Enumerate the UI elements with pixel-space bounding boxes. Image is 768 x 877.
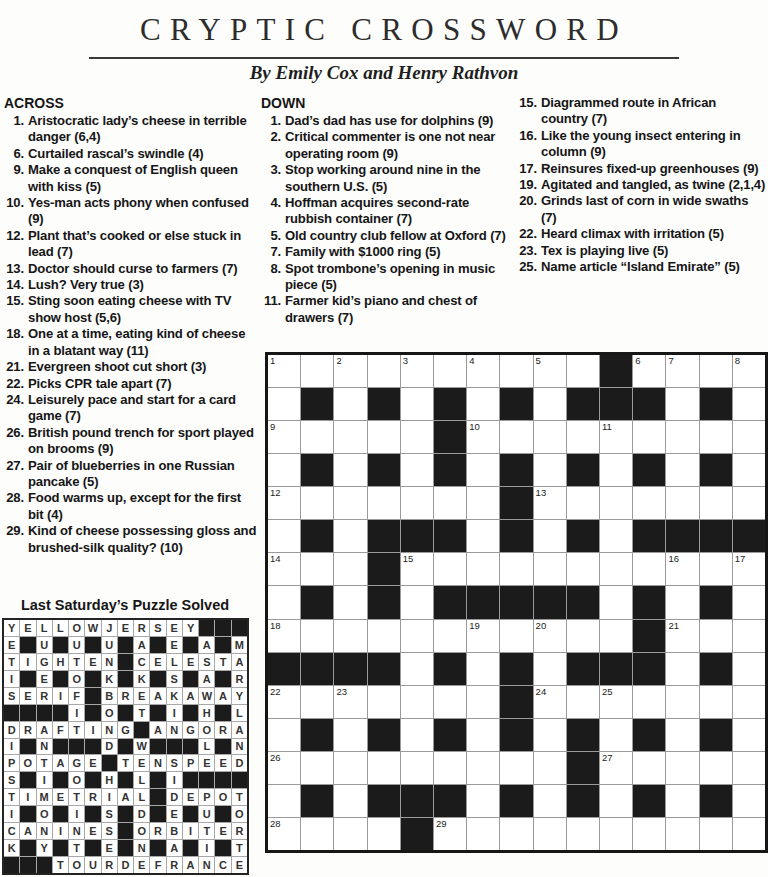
solved-grid-cell-r9c3: T: [37, 755, 52, 771]
clue-text: Make a conquest of English queen with ki…: [28, 162, 258, 195]
main-grid-cell-r3c8[interactable]: [500, 421, 532, 453]
main-grid-cell-r11c15[interactable]: [733, 686, 765, 718]
main-grid-cell-r2c5[interactable]: [401, 388, 433, 420]
solved-grid-cell-r15c3-black: [37, 857, 52, 873]
clue-number: 20.: [517, 193, 541, 226]
main-grid-cell-r9c5[interactable]: [401, 620, 433, 652]
main-grid-cell-r9c3[interactable]: [334, 620, 366, 652]
main-grid-cell-r4c11[interactable]: [600, 454, 632, 486]
main-grid-cell-r12c3[interactable]: [334, 719, 366, 751]
main-grid-cell-r5c14[interactable]: [700, 487, 732, 519]
solution-letter: H: [203, 707, 211, 719]
solved-grid-cell-r11c9: L: [134, 789, 149, 805]
main-grid-cell-r8c2-black: [301, 586, 333, 618]
clue-number-badge: 23: [336, 686, 347, 697]
main-grid-cell-r8c3[interactable]: [334, 586, 366, 618]
solved-grid-cell-r10c4-black: [53, 772, 68, 788]
main-grid-cell-r5c13[interactable]: [666, 487, 698, 519]
solution-letter: B: [170, 825, 178, 837]
solved-grid-cell-r1c2: E: [20, 620, 35, 636]
solved-grid-cell-r5c1: S: [4, 688, 19, 704]
solved-grid-cell-r7c9-black: [134, 722, 149, 738]
main-grid-cell-r1c4[interactable]: [368, 355, 400, 387]
main-grid-cell-r7c9[interactable]: [534, 553, 566, 585]
across-clue-26: 26.British pound trench for sport played…: [4, 425, 258, 458]
solution-letter: I: [10, 808, 13, 820]
main-grid-cell-r11c14[interactable]: [700, 686, 732, 718]
main-grid-cell-r1c10[interactable]: [567, 355, 599, 387]
main-grid-cell-r15c14[interactable]: [700, 818, 732, 850]
solved-grid-cell-r7c2: R: [20, 722, 35, 738]
down-clue-19: 19.Agitated and tangled, as twine (2,1,4…: [517, 177, 766, 193]
main-grid-cell-r7c8[interactable]: [500, 553, 532, 585]
across-clue-24: 24.Leisurely pace and start for a card g…: [4, 392, 258, 425]
down-clues-column-2: 15.Diagrammed route in African country (…: [517, 95, 766, 275]
main-grid-cell-r1c6[interactable]: [434, 355, 466, 387]
across-header: ACROSS: [4, 95, 258, 111]
solved-grid-cell-r12c12-black: [183, 806, 198, 822]
solved-grid-cell-r14c14-black: [215, 840, 230, 856]
main-grid-cell-r3c9[interactable]: [534, 421, 566, 453]
clue-number: 24.: [4, 392, 28, 425]
solved-grid-cell-r11c14: O: [215, 789, 230, 805]
main-grid-cell-r5c1[interactable]: 12: [268, 487, 300, 519]
main-grid-cell-r11c11[interactable]: 25: [600, 686, 632, 718]
solution-letter: I: [59, 690, 62, 702]
solution-letter: D: [235, 757, 243, 769]
main-grid-cell-r13c12[interactable]: [633, 752, 665, 784]
main-grid-cell-r9c1[interactable]: 18: [268, 620, 300, 652]
main-grid-cell-r5c10[interactable]: [567, 487, 599, 519]
solved-grid-cell-r8c11-black: [167, 739, 182, 755]
down-clue-22: 22.Heard climax with irritation (5): [517, 226, 766, 242]
main-grid-cell-r12c11[interactable]: [600, 719, 632, 751]
solved-grid-cell-r2c10-black: [150, 637, 165, 653]
main-grid-cell-r7c13[interactable]: 16: [666, 553, 698, 585]
solved-grid-cell-r13c11: B: [167, 823, 182, 839]
main-grid-cell-r7c12[interactable]: [633, 553, 665, 585]
main-grid-cell-r13c11[interactable]: 27: [600, 752, 632, 784]
main-grid-cell-r8c5[interactable]: [401, 586, 433, 618]
solved-grid-cell-r2c1: E: [4, 637, 19, 653]
main-grid-cell-r12c13[interactable]: [666, 719, 698, 751]
main-grid-cell-r8c14-black: [700, 586, 732, 618]
main-grid-cell-r1c13[interactable]: 7: [666, 355, 698, 387]
solved-grid-cell-r1c12: Y: [183, 620, 198, 636]
main-grid-cell-r5c4[interactable]: [368, 487, 400, 519]
main-grid-cell-r9c11[interactable]: [600, 620, 632, 652]
main-grid-cell-r4c7[interactable]: [467, 454, 499, 486]
down-clue-7: 7.Family with $1000 ring (5): [261, 244, 514, 260]
clue-number: 15.: [4, 293, 28, 326]
main-grid-cell-r6c1[interactable]: [268, 520, 300, 552]
main-grid-cell-r8c1[interactable]: [268, 586, 300, 618]
main-grid-cell-r15c7[interactable]: [467, 818, 499, 850]
clue-number-badge: 29: [436, 818, 447, 829]
solved-grid-cell-r13c12: I: [183, 823, 198, 839]
main-grid-cell-r15c6[interactable]: 29: [434, 818, 466, 850]
solution-letter: W: [88, 622, 98, 634]
main-grid-cell-r4c9[interactable]: [534, 454, 566, 486]
main-grid-cell-r15c4[interactable]: [368, 818, 400, 850]
main-grid-cell-r13c4[interactable]: [368, 752, 400, 784]
solved-grid-cell-r1c4: L: [53, 620, 68, 636]
main-grid-cell-r13c5[interactable]: [401, 752, 433, 784]
across-clue-28: 28.Food warms up, except for the first b…: [4, 490, 258, 523]
solved-grid-cell-r3c10: E: [150, 654, 165, 670]
main-grid-cell-r3c4[interactable]: [368, 421, 400, 453]
main-grid-cell-r11c10[interactable]: [567, 686, 599, 718]
solved-grid-cell-r9c8: T: [118, 755, 133, 771]
solution-letter: K: [8, 842, 16, 854]
main-grid-cell-r9c10[interactable]: [567, 620, 599, 652]
solved-grid-cell-r1c6: W: [85, 620, 100, 636]
solved-grid-cell-r3c5: T: [69, 654, 84, 670]
main-grid-cell-r13c7[interactable]: [467, 752, 499, 784]
solved-grid-cell-r14c8-black: [118, 840, 133, 856]
main-grid-cell-r15c3[interactable]: [334, 818, 366, 850]
main-grid-cell-r7c7[interactable]: [467, 553, 499, 585]
main-grid-cell-r3c11[interactable]: 11: [600, 421, 632, 453]
main-grid-cell-r2c4-black: [368, 388, 400, 420]
main-grid-cell-r7c14[interactable]: [700, 553, 732, 585]
main-grid-cell-r13c8[interactable]: [500, 752, 532, 784]
main-grid-cell-r9c6[interactable]: [434, 620, 466, 652]
main-grid-cell-r11c4[interactable]: [368, 686, 400, 718]
solved-grid-cell-r10c8-black: [118, 772, 133, 788]
main-grid-cell-r10c14-black: [700, 653, 732, 685]
solution-letter: N: [170, 724, 178, 736]
main-grid-cell-r13c9[interactable]: [534, 752, 566, 784]
main-grid-cell-r11c8-black: [500, 686, 532, 718]
solution-letter: W: [202, 690, 212, 702]
solution-letter: E: [236, 859, 243, 871]
main-grid-cell-r9c2[interactable]: [301, 620, 333, 652]
clue-number-badge: 4: [469, 355, 474, 366]
main-grid-cell-r13c13[interactable]: [666, 752, 698, 784]
main-grid-cell-r3c1[interactable]: 9: [268, 421, 300, 453]
main-grid-cell-r15c11[interactable]: [600, 818, 632, 850]
main-grid-cell-r12c1[interactable]: [268, 719, 300, 751]
main-grid-cell-r11c9[interactable]: 24: [534, 686, 566, 718]
main-grid-cell-r5c3[interactable]: [334, 487, 366, 519]
main-grid-cell-r15c13[interactable]: [666, 818, 698, 850]
solution-letter: N: [40, 825, 48, 837]
solution-letter: M: [40, 791, 49, 803]
main-grid-cell-r9c7[interactable]: 19: [467, 620, 499, 652]
main-grid-cell-r1c8[interactable]: [500, 355, 532, 387]
solved-grid-cell-r3c15: A: [232, 654, 247, 670]
main-grid-cell-r12c7[interactable]: [467, 719, 499, 751]
main-grid-cell-r7c1[interactable]: 14: [268, 553, 300, 585]
main-grid-cell-r13c1[interactable]: 26: [268, 752, 300, 784]
main-grid-cell-r12c15[interactable]: [733, 719, 765, 751]
main-grid-cell-r14c9[interactable]: [534, 785, 566, 817]
solution-letter: R: [24, 724, 32, 736]
main-grid-cell-r5c5[interactable]: [401, 487, 433, 519]
main-grid-cell-r10c11-black: [600, 653, 632, 685]
main-grid-cell-r10c12-black: [633, 653, 665, 685]
clue-number-badge: 14: [270, 553, 281, 564]
solved-grid-cell-r7c12: G: [183, 722, 198, 738]
solved-grid-cell-r8c3: N: [37, 739, 52, 755]
main-grid-cell-r11c1[interactable]: 22: [268, 686, 300, 718]
solved-grid-cell-r12c10-black: [150, 806, 165, 822]
main-grid-cell-r15c8[interactable]: [500, 818, 532, 850]
clue-number: 3.: [261, 162, 285, 195]
main-grid-cell-r1c5[interactable]: 3: [401, 355, 433, 387]
main-grid-cell-r5c7[interactable]: [467, 487, 499, 519]
main-grid-cell-r3c6-black: [434, 421, 466, 453]
main-grid-cell-r4c12-black: [633, 454, 665, 486]
solved-puzzle-grid: YELLOWJERSEYEUUUAEAMTIGHTENCELESTAIEOKKS…: [2, 618, 249, 875]
main-grid-cell-r11c3[interactable]: 23: [334, 686, 366, 718]
main-grid-cell-r15c10[interactable]: [567, 818, 599, 850]
main-grid-cell-r12c5[interactable]: [401, 719, 433, 751]
main-grid-cell-r2c3[interactable]: [334, 388, 366, 420]
main-grid-cell-r9c8[interactable]: [500, 620, 532, 652]
main-grid-cell-r3c7[interactable]: 10: [467, 421, 499, 453]
across-clue-21: 21.Evergreen shoot cut short (3): [4, 359, 258, 375]
main-grid-cell-r5c12[interactable]: [633, 487, 665, 519]
main-grid-cell-r7c10[interactable]: [567, 553, 599, 585]
main-grid-cell-r11c12[interactable]: [633, 686, 665, 718]
down-clues-column-1: DOWN 1.Dad’s dad has use for dolphins (9…: [261, 95, 514, 326]
main-grid-cell-r2c9[interactable]: [534, 388, 566, 420]
solved-grid-cell-r10c13-black: [199, 772, 214, 788]
solution-letter: T: [138, 707, 145, 719]
solved-grid-cell-r9c9: E: [134, 755, 149, 771]
main-grid-cell-r8c12-black: [633, 586, 665, 618]
main-grid-cell-r1c1[interactable]: 1: [268, 355, 300, 387]
solution-letter: E: [24, 690, 31, 702]
main-grid-cell-r13c3[interactable]: [334, 752, 366, 784]
solved-grid-cell-r4c14-black: [215, 671, 230, 687]
solution-letter: E: [138, 757, 145, 769]
main-grid-cell-r2c8-black: [500, 388, 532, 420]
main-grid-cell-r10c5[interactable]: [401, 653, 433, 685]
solution-letter: K: [170, 690, 178, 702]
clue-text: Aristocratic lady’s cheese in terrible d…: [28, 113, 258, 146]
solution-letter: E: [24, 622, 31, 634]
solution-letter: T: [122, 757, 129, 769]
clue-number-badge: 24: [536, 686, 547, 697]
main-grid-cell-r1c14[interactable]: [700, 355, 732, 387]
main-grid-cell-r5c11[interactable]: [600, 487, 632, 519]
clue-text: Spot trombone’s opening in music piece (…: [285, 261, 514, 294]
solved-grid-cell-r3c9: C: [134, 654, 149, 670]
main-grid-cell-r7c15[interactable]: 17: [733, 553, 765, 585]
clue-text: Stop working around nine in the southern…: [285, 162, 514, 195]
clue-text: Tex is playing live (5): [541, 243, 766, 259]
main-grid-cell-r7c6[interactable]: [434, 553, 466, 585]
solved-grid-cell-r1c11: E: [167, 620, 182, 636]
main-grid-cell-r11c2[interactable]: [301, 686, 333, 718]
main-grid-cell-r7c2[interactable]: [301, 553, 333, 585]
clue-number: 29.: [4, 523, 28, 556]
main-crossword-grid: 1234567891011121314151617181920212223242…: [265, 352, 768, 853]
main-grid-cell-r1c2[interactable]: [301, 355, 333, 387]
main-grid-cell-r8c11[interactable]: [600, 586, 632, 618]
solved-grid-cell-r1c3: L: [37, 620, 52, 636]
main-grid-cell-r7c11[interactable]: [600, 553, 632, 585]
main-grid-cell-r15c15[interactable]: [733, 818, 765, 850]
clue-number: 4.: [261, 195, 285, 228]
solved-grid-cell-r1c5: O: [69, 620, 84, 636]
solution-letter: R: [170, 859, 178, 871]
main-grid-cell-r14c6-black: [434, 785, 466, 817]
main-grid-cell-r6c11[interactable]: [600, 520, 632, 552]
main-grid-cell-r6c4-black: [368, 520, 400, 552]
main-grid-cell-r6c3[interactable]: [334, 520, 366, 552]
solution-letter: M: [235, 639, 244, 651]
down-clue-25: 25.Name article “Island Emirate” (5): [517, 259, 766, 275]
main-grid-cell-r1c12[interactable]: 6: [633, 355, 665, 387]
solved-grid-cell-r6c7: O: [102, 705, 117, 721]
solved-grid-cell-r14c6-black: [85, 840, 100, 856]
main-grid-cell-r8c15[interactable]: [733, 586, 765, 618]
solution-letter: J: [106, 622, 112, 634]
clue-number: 1.: [4, 113, 28, 146]
solved-grid-cell-r10c3: I: [37, 772, 52, 788]
main-grid-cell-r6c7[interactable]: [467, 520, 499, 552]
main-grid-cell-r14c15[interactable]: [733, 785, 765, 817]
main-grid-cell-r9c9[interactable]: 20: [534, 620, 566, 652]
main-grid-cell-r14c1[interactable]: [268, 785, 300, 817]
clue-number-badge: 28: [270, 818, 281, 829]
main-grid-cell-r5c15[interactable]: [733, 487, 765, 519]
solved-grid-cell-r11c13: P: [199, 789, 214, 805]
main-grid-cell-r4c15[interactable]: [733, 454, 765, 486]
solved-grid-cell-r5c3: R: [37, 688, 52, 704]
main-grid-cell-r3c3[interactable]: [334, 421, 366, 453]
main-grid-cell-r15c1[interactable]: 28: [268, 818, 300, 850]
solved-grid-cell-r9c13: E: [199, 755, 214, 771]
main-grid-cell-r11c5[interactable]: [401, 686, 433, 718]
main-grid-cell-r2c13[interactable]: [666, 388, 698, 420]
main-grid-cell-r2c1[interactable]: [268, 388, 300, 420]
solution-letter: Y: [40, 842, 47, 854]
main-grid-cell-r10c8-black: [500, 653, 532, 685]
main-grid-cell-r9c15[interactable]: [733, 620, 765, 652]
main-grid-cell-r4c14-black: [700, 454, 732, 486]
main-grid-cell-r2c15[interactable]: [733, 388, 765, 420]
solution-letter: T: [73, 791, 80, 803]
main-grid-cell-r13c2[interactable]: [301, 752, 333, 784]
main-grid-cell-r1c15[interactable]: 8: [733, 355, 765, 387]
solved-grid-cell-r4c1: I: [4, 671, 19, 687]
main-grid-cell-r10c15[interactable]: [733, 653, 765, 685]
clue-number: 10.: [4, 195, 28, 228]
main-grid-cell-r1c9[interactable]: 5: [534, 355, 566, 387]
solved-grid-cell-r14c9: N: [134, 840, 149, 856]
main-grid-cell-r3c5[interactable]: [401, 421, 433, 453]
main-grid-cell-r5c2[interactable]: [301, 487, 333, 519]
main-grid-cell-r7c5[interactable]: 15: [401, 553, 433, 585]
solved-grid-cell-r3c14: T: [215, 654, 230, 670]
main-grid-cell-r1c7[interactable]: 4: [467, 355, 499, 387]
main-grid-cell-r9c14[interactable]: [700, 620, 732, 652]
main-grid-cell-r14c11[interactable]: [600, 785, 632, 817]
solution-letter: I: [10, 740, 13, 752]
main-grid-cell-r7c3[interactable]: [334, 553, 366, 585]
main-grid-cell-r14c13[interactable]: [666, 785, 698, 817]
main-grid-cell-r13c15[interactable]: [733, 752, 765, 784]
solved-grid-cell-r13c10: R: [150, 823, 165, 839]
main-grid-cell-r15c12[interactable]: [633, 818, 665, 850]
main-grid-cell-r4c5[interactable]: [401, 454, 433, 486]
solution-letter: S: [171, 673, 178, 685]
main-grid-cell-r11c6[interactable]: [434, 686, 466, 718]
main-grid-cell-r3c13[interactable]: [666, 421, 698, 453]
solved-grid-cell-r11c7: I: [102, 789, 117, 805]
main-grid-cell-r5c6[interactable]: [434, 487, 466, 519]
solved-grid-cell-r1c9: R: [134, 620, 149, 636]
solution-letter: O: [235, 808, 244, 820]
solved-grid-cell-r2c4-black: [53, 637, 68, 653]
solved-grid-cell-r5c14: A: [215, 688, 230, 704]
main-grid-cell-r10c10-black: [567, 653, 599, 685]
solved-grid-cell-r13c4: I: [53, 823, 68, 839]
main-grid-cell-r3c15[interactable]: [733, 421, 765, 453]
main-grid-cell-r5c9[interactable]: 13: [534, 487, 566, 519]
solved-grid-cell-r3c2: I: [20, 654, 35, 670]
solution-letter: L: [236, 707, 243, 719]
main-grid-cell-r3c12[interactable]: [633, 421, 665, 453]
solved-grid-cell-r7c14: R: [215, 722, 230, 738]
solved-grid-cell-r10c14-black: [215, 772, 230, 788]
main-grid-cell-r11c13[interactable]: [666, 686, 698, 718]
solved-grid-cell-r14c15: T: [232, 840, 247, 856]
solved-grid-cell-r8c10-black: [150, 739, 165, 755]
main-grid-cell-r14c7[interactable]: [467, 785, 499, 817]
clue-number-badge: 5: [536, 355, 541, 366]
main-grid-cell-r15c2[interactable]: [301, 818, 333, 850]
main-grid-cell-r9c4[interactable]: [368, 620, 400, 652]
solved-grid-cell-r6c13: H: [199, 705, 214, 721]
main-grid-cell-r12c9[interactable]: [534, 719, 566, 751]
solved-grid-cell-r2c15: M: [232, 637, 247, 653]
main-grid-cell-r3c10[interactable]: [567, 421, 599, 453]
main-grid-cell-r10c9[interactable]: [534, 653, 566, 685]
main-grid-cell-r10c13[interactable]: [666, 653, 698, 685]
main-grid-cell-r4c3[interactable]: [334, 454, 366, 486]
solved-grid-cell-r10c6-black: [85, 772, 100, 788]
main-grid-cell-r13c6[interactable]: [434, 752, 466, 784]
main-grid-cell-r3c2[interactable]: [301, 421, 333, 453]
main-grid-cell-r15c9[interactable]: [534, 818, 566, 850]
main-grid-cell-r11c7[interactable]: [467, 686, 499, 718]
main-grid-cell-r8c13[interactable]: [666, 586, 698, 618]
solved-grid-cell-r8c4-black: [53, 739, 68, 755]
main-grid-cell-r10c7[interactable]: [467, 653, 499, 685]
main-grid-cell-r14c3[interactable]: [334, 785, 366, 817]
main-grid-cell-r6c9[interactable]: [534, 520, 566, 552]
main-grid-cell-r13c14[interactable]: [700, 752, 732, 784]
main-grid-cell-r4c1[interactable]: [268, 454, 300, 486]
solution-letter: E: [138, 859, 145, 871]
main-grid-cell-r1c3[interactable]: 2: [334, 355, 366, 387]
main-grid-cell-r4c13[interactable]: [666, 454, 698, 486]
clue-number: 23.: [517, 243, 541, 259]
solved-grid-cell-r12c6-black: [85, 806, 100, 822]
main-grid-cell-r2c7[interactable]: [467, 388, 499, 420]
main-grid-cell-r9c13[interactable]: 21: [666, 620, 698, 652]
solved-grid-cell-r10c12-black: [183, 772, 198, 788]
solved-grid-cell-r8c12-black: [183, 739, 198, 755]
solution-letter: E: [57, 791, 64, 803]
main-grid-cell-r3c14[interactable]: [700, 421, 732, 453]
